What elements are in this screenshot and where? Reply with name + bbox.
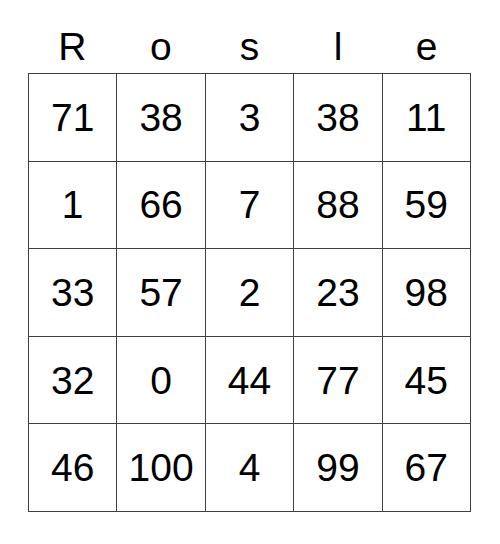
bingo-cell-r2c3[interactable]: 7 xyxy=(206,162,294,250)
bingo-cell-r3c2[interactable]: 57 xyxy=(117,249,205,337)
bingo-cell-r4c5[interactable]: 45 xyxy=(383,337,471,425)
header-letter-4: l xyxy=(294,0,383,73)
bingo-cell-r5c4[interactable]: 99 xyxy=(294,424,382,512)
bingo-cell-r2c1[interactable]: 1 xyxy=(29,162,117,250)
header-letter-2: o xyxy=(117,0,206,73)
bingo-cell-r4c4[interactable]: 77 xyxy=(294,337,382,425)
header-letter-3: s xyxy=(205,0,294,73)
bingo-cell-r3c5[interactable]: 98 xyxy=(383,249,471,337)
bingo-cell-r2c5[interactable]: 59 xyxy=(383,162,471,250)
bingo-cell-r4c2[interactable]: 0 xyxy=(117,337,205,425)
bingo-cell-r1c3[interactable]: 3 xyxy=(206,74,294,162)
bingo-cell-r3c4[interactable]: 23 xyxy=(294,249,382,337)
bingo-header-row: Rosle xyxy=(28,0,471,73)
bingo-cell-r3c1[interactable]: 33 xyxy=(29,249,117,337)
bingo-cell-r5c1[interactable]: 46 xyxy=(29,424,117,512)
bingo-cell-r5c3[interactable]: 4 xyxy=(206,424,294,512)
bingo-cell-r1c5[interactable]: 11 xyxy=(383,74,471,162)
header-letter-1: R xyxy=(28,0,117,73)
bingo-cell-r5c5[interactable]: 67 xyxy=(383,424,471,512)
bingo-cell-r1c1[interactable]: 71 xyxy=(29,74,117,162)
bingo-cell-r3c3[interactable]: 2 xyxy=(206,249,294,337)
bingo-cell-r5c2[interactable]: 100 xyxy=(117,424,205,512)
bingo-cell-r2c2[interactable]: 66 xyxy=(117,162,205,250)
bingo-cell-r1c2[interactable]: 38 xyxy=(117,74,205,162)
bingo-board: 7138338111667885933572239832044774546100… xyxy=(28,73,471,512)
bingo-card: Rosle 7138338111667885933572239832044774… xyxy=(0,0,500,544)
bingo-cell-r4c3[interactable]: 44 xyxy=(206,337,294,425)
bingo-cell-r4c1[interactable]: 32 xyxy=(29,337,117,425)
header-letter-5: e xyxy=(382,0,471,73)
bingo-cell-r2c4[interactable]: 88 xyxy=(294,162,382,250)
bingo-cell-r1c4[interactable]: 38 xyxy=(294,74,382,162)
